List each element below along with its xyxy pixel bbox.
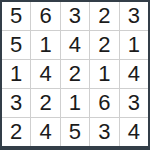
grid-cell-r2c3[interactable]: 4	[61, 31, 89, 59]
grid-cell-r4c4[interactable]: 6	[90, 89, 118, 117]
grid-cell-r4c1[interactable]: 3	[2, 89, 30, 117]
grid-cell-r3c1[interactable]: 1	[2, 60, 30, 88]
grid-cell-r4c3[interactable]: 1	[61, 89, 89, 117]
grid-cell-r5c2[interactable]: 4	[31, 118, 59, 146]
grid-cell-r4c2[interactable]: 2	[31, 89, 59, 117]
grid-cell-r5c3[interactable]: 5	[61, 118, 89, 146]
grid-cell-r1c5[interactable]: 3	[120, 2, 148, 30]
grid-cell-r3c3[interactable]: 2	[61, 60, 89, 88]
grid-cell-r1c4[interactable]: 2	[90, 2, 118, 30]
grid-cell-r5c5[interactable]: 4	[120, 118, 148, 146]
puzzle-board: 5632351421142143216324534	[0, 0, 150, 150]
grid-cell-r4c5[interactable]: 3	[120, 89, 148, 117]
grid-cell-r2c5[interactable]: 1	[120, 31, 148, 59]
grid-cell-r1c3[interactable]: 3	[61, 2, 89, 30]
grid-cell-r3c2[interactable]: 4	[31, 60, 59, 88]
grid-cell-r3c4[interactable]: 1	[90, 60, 118, 88]
grid-cell-r2c2[interactable]: 1	[31, 31, 59, 59]
grid-cell-r2c4[interactable]: 2	[90, 31, 118, 59]
grid-cell-r1c1[interactable]: 5	[2, 2, 30, 30]
grid-cell-r5c1[interactable]: 2	[2, 118, 30, 146]
grid-cell-r5c4[interactable]: 3	[90, 118, 118, 146]
grid-cell-r3c5[interactable]: 4	[120, 60, 148, 88]
grid-cell-r1c2[interactable]: 6	[31, 2, 59, 30]
grid-cell-r2c1[interactable]: 5	[2, 31, 30, 59]
